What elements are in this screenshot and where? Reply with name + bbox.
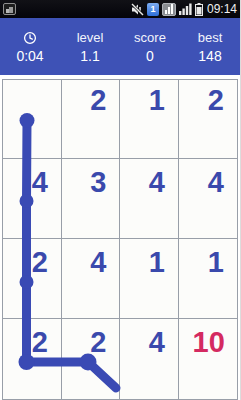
- battery-icon: [195, 3, 203, 16]
- signal-icon: [179, 3, 192, 15]
- cell-number: 1: [128, 86, 186, 115]
- grid-cell[interactable]: 2: [62, 319, 121, 399]
- grid-cell[interactable]: 2: [179, 80, 238, 159]
- cell-number: 4: [70, 248, 128, 277]
- score-value: 0: [146, 48, 154, 65]
- boxed-signal-icon: [162, 3, 176, 16]
- grid-cell[interactable]: 4: [120, 319, 179, 399]
- screenshot-icon: [3, 3, 16, 15]
- target-number: 10: [180, 328, 239, 357]
- cell-number: 1: [187, 248, 241, 277]
- grid-cell[interactable]: 2: [3, 319, 62, 399]
- grid-cell[interactable]: [3, 80, 62, 159]
- timer-value: 0:04: [16, 48, 43, 65]
- best-label: best: [198, 30, 223, 45]
- grid-cell[interactable]: 4: [179, 159, 238, 239]
- cell-number: 4: [187, 168, 241, 197]
- app-screen: 1 09:14: [0, 0, 240, 400]
- grid-cell[interactable]: 2: [62, 80, 121, 159]
- score-stat: score 0: [120, 18, 180, 75]
- puzzle-board[interactable]: 2124344241122410: [2, 79, 238, 400]
- level-stat: level 1.1: [60, 18, 120, 75]
- grid-cell[interactable]: 1: [120, 80, 179, 159]
- cell-number: 4: [128, 168, 186, 197]
- cell-number: 2: [70, 328, 128, 357]
- cell-number: 2: [187, 86, 241, 115]
- level-value: 1.1: [80, 48, 99, 65]
- cell-number: 2: [70, 86, 128, 115]
- cell-number: 3: [70, 168, 128, 197]
- cell-number: 2: [11, 248, 69, 277]
- score-label: score: [134, 30, 166, 45]
- level-label: level: [77, 30, 104, 45]
- notification-badge: 1: [147, 3, 159, 16]
- grid-cell[interactable]: 4: [62, 239, 121, 319]
- grid-cell[interactable]: 3: [62, 159, 121, 239]
- grid-cell[interactable]: 4: [120, 159, 179, 239]
- status-bar-clock: 09:14: [206, 2, 237, 16]
- best-value: 148: [198, 48, 221, 65]
- cell-number: 4: [11, 168, 69, 197]
- timer-stat: 0:04: [0, 18, 60, 75]
- grid-cell[interactable]: 1: [120, 239, 179, 319]
- android-status-bar[interactable]: 1 09:14: [0, 0, 240, 18]
- game-header: 0:04 level 1.1 score 0 best 148: [0, 18, 240, 75]
- best-stat: best 148: [180, 18, 240, 75]
- grid-cell[interactable]: 4: [3, 159, 62, 239]
- mute-icon: [131, 3, 144, 16]
- grid-cell[interactable]: 2: [3, 239, 62, 319]
- clock-icon: [23, 30, 37, 45]
- grid-cell[interactable]: 1: [179, 239, 238, 319]
- grid-cell[interactable]: 10: [179, 319, 238, 399]
- cell-number: 1: [128, 248, 186, 277]
- cell-number: 4: [128, 328, 186, 357]
- cell-number: 2: [11, 328, 69, 357]
